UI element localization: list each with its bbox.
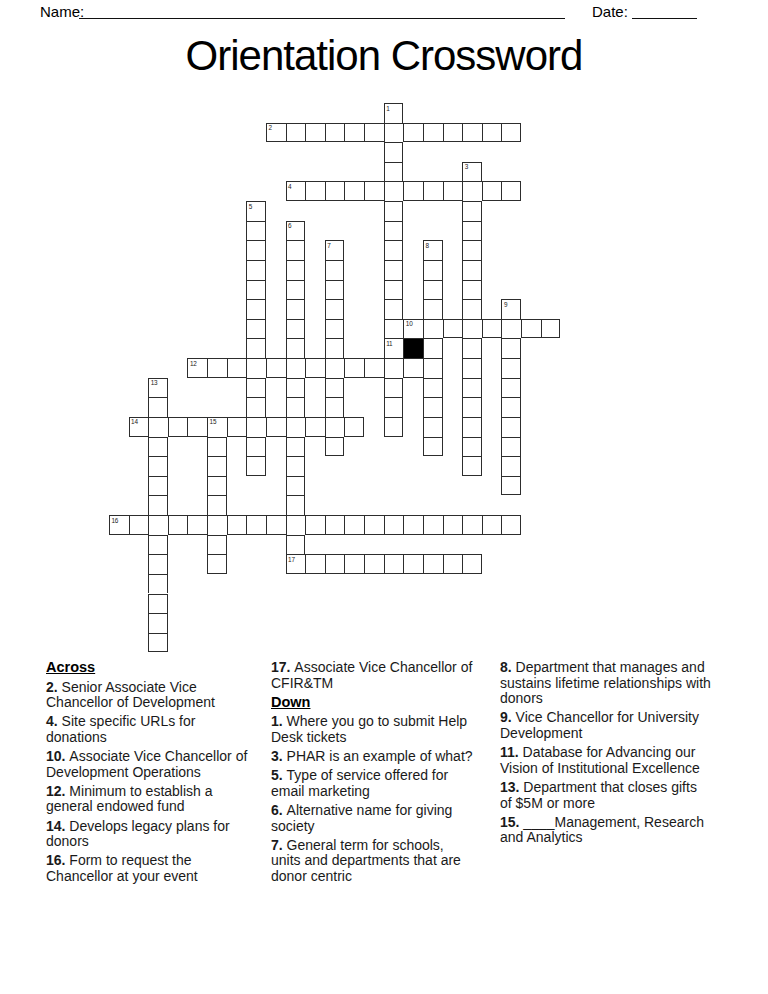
grid-cell[interactable] [462, 417, 482, 437]
cell-number-12: 12 [190, 360, 197, 367]
cell-number-13: 13 [151, 379, 158, 386]
crossword-worksheet: { "game": "crossword", "title": "Orienta… [0, 0, 768, 994]
grid-cell[interactable] [423, 554, 443, 574]
clues-down-header: Down [271, 695, 477, 711]
grid-cell[interactable] [462, 397, 482, 417]
grid-cell[interactable] [482, 515, 502, 535]
grid-cell[interactable] [443, 319, 463, 339]
grid-cell[interactable] [168, 417, 188, 437]
grid-cell[interactable] [384, 378, 404, 398]
grid-cell[interactable] [305, 181, 325, 201]
clue-down-3: 3. PHAR is an example of what? [271, 749, 477, 765]
cell-number-8: 8 [425, 242, 428, 249]
clue-across-4: 4. Site specific URLs for donations [46, 714, 258, 745]
grid-cell[interactable] [325, 181, 345, 201]
grid-cell[interactable] [423, 358, 443, 378]
grid-cell[interactable] [305, 358, 325, 378]
grid-cell[interactable]: 15 [207, 417, 227, 437]
clue-number: 16. [46, 852, 69, 868]
clue-down-13: 13. Department that closes gifts of $5M … [500, 780, 712, 811]
cell-number-3: 3 [465, 163, 468, 170]
grid-cell[interactable] [344, 181, 364, 201]
grid-cell[interactable] [168, 515, 188, 535]
grid-cell[interactable] [207, 515, 227, 535]
clues-across-header: Across [46, 660, 258, 676]
grid-cell[interactable]: 9 [501, 299, 521, 319]
grid-cell[interactable] [286, 417, 306, 437]
grid-cell[interactable] [423, 181, 443, 201]
grid-cell[interactable] [423, 397, 443, 417]
grid-cell[interactable]: 16 [109, 515, 129, 535]
clue-column-1: Across2. Senior Associate Vice Chancello… [46, 660, 258, 888]
grid-cell[interactable] [325, 319, 345, 339]
grid-cell[interactable] [305, 554, 325, 574]
grid-cell[interactable] [286, 456, 306, 476]
grid-cell[interactable] [462, 221, 482, 241]
clue-number: 9. [500, 709, 516, 725]
grid-cell[interactable] [148, 515, 168, 535]
clue-number: 11. [500, 744, 523, 760]
grid-cell[interactable] [325, 554, 345, 574]
clue-number: 1. [271, 713, 287, 729]
grid-cell[interactable] [462, 123, 482, 143]
clue-across-10: 10. Associate Vice Chancellor of Develop… [46, 749, 258, 780]
grid-cell[interactable] [384, 240, 404, 260]
grid-cell[interactable] [286, 358, 306, 378]
grid-cell[interactable] [423, 280, 443, 300]
grid-cell[interactable] [246, 260, 266, 280]
grid-cell[interactable] [246, 456, 266, 476]
grid-cell[interactable] [286, 240, 306, 260]
grid-cell[interactable] [344, 417, 364, 437]
grid-cell[interactable] [286, 378, 306, 398]
grid-cell[interactable] [266, 515, 286, 535]
clue-number: 5. [271, 767, 287, 783]
grid-cell[interactable] [462, 201, 482, 221]
grid-cell[interactable] [344, 123, 364, 143]
grid-cell[interactable] [423, 437, 443, 457]
grid-cell[interactable] [384, 181, 404, 201]
grid-cell[interactable] [443, 181, 463, 201]
grid-cell[interactable] [266, 358, 286, 378]
grid-cell[interactable] [207, 437, 227, 457]
grid-cell[interactable] [462, 181, 482, 201]
grid-cell[interactable] [148, 633, 168, 653]
clue-number: 6. [271, 802, 287, 818]
grid-cell[interactable]: 8 [423, 240, 443, 260]
clue-number: 12. [46, 783, 69, 799]
grid-cell[interactable] [286, 476, 306, 496]
grid-cell[interactable] [462, 515, 482, 535]
clue-number: 7. [271, 837, 287, 853]
grid-cell[interactable] [423, 299, 443, 319]
grid-cell[interactable] [462, 338, 482, 358]
cell-number-10: 10 [406, 320, 413, 327]
grid-cell[interactable]: 4 [286, 181, 306, 201]
grid-cell[interactable] [227, 417, 247, 437]
clue-down-6: 6. Alternative name for giving society [271, 803, 477, 834]
grid-cell[interactable] [266, 417, 286, 437]
grid-cell[interactable] [501, 476, 521, 496]
grid-cell[interactable] [325, 280, 345, 300]
grid-cell[interactable] [384, 260, 404, 280]
grid-cell[interactable] [384, 162, 404, 182]
clue-across-12: 12. Minimum to establish a general endow… [46, 784, 258, 815]
grid-cell[interactable] [423, 338, 443, 358]
grid-cell[interactable] [286, 123, 306, 143]
grid-cell[interactable] [207, 535, 227, 555]
grid-cell[interactable] [462, 358, 482, 378]
grid-cell[interactable] [325, 358, 345, 378]
grid-cell[interactable] [482, 319, 502, 339]
grid-cell[interactable] [148, 535, 168, 555]
grid-cell[interactable] [325, 437, 345, 457]
grid-cell[interactable]: 12 [187, 358, 207, 378]
grid-cell[interactable] [207, 495, 227, 515]
grid-cell[interactable] [423, 417, 443, 437]
grid-cell[interactable] [423, 123, 443, 143]
grid-cell[interactable] [246, 338, 266, 358]
grid-cell[interactable] [501, 515, 521, 535]
grid-cell[interactable] [305, 123, 325, 143]
grid-cell[interactable] [148, 554, 168, 574]
grid-cell[interactable] [286, 260, 306, 280]
grid-cell[interactable] [246, 378, 266, 398]
clue-down-5: 5. Type of service offered for email mar… [271, 768, 477, 799]
cell-number-7: 7 [327, 242, 330, 249]
grid-cell[interactable] [384, 417, 404, 437]
grid-cell[interactable] [501, 358, 521, 378]
grid-cell[interactable] [462, 260, 482, 280]
cell-number-1: 1 [386, 105, 389, 112]
grid-cell[interactable] [364, 123, 384, 143]
grid-cell[interactable] [403, 515, 423, 535]
clue-number: 17. [271, 659, 294, 675]
grid-cell[interactable] [364, 358, 384, 378]
grid-cell[interactable] [148, 417, 168, 437]
grid-cell[interactable] [482, 123, 502, 143]
grid-cell[interactable] [462, 299, 482, 319]
grid-cell[interactable] [443, 123, 463, 143]
grid-cell[interactable] [443, 554, 463, 574]
grid-cell[interactable] [384, 319, 404, 339]
grid-cell[interactable] [423, 319, 443, 339]
grid-cell[interactable] [462, 378, 482, 398]
grid-cell[interactable] [246, 397, 266, 417]
clue-down-9: 9. Vice Chancellor for University Develo… [500, 710, 712, 741]
grid-cell[interactable] [501, 456, 521, 476]
cell-number-14: 14 [131, 418, 138, 425]
cell-number-5: 5 [249, 203, 252, 210]
grid-cell[interactable] [403, 123, 423, 143]
grid-cell[interactable] [423, 378, 443, 398]
grid-cell[interactable] [286, 280, 306, 300]
grid-cell[interactable] [384, 142, 404, 162]
clue-across-2: 2. Senior Associate Vice Chancellor of D… [46, 680, 258, 711]
grid-cell[interactable] [246, 280, 266, 300]
date-blank-line [632, 18, 697, 20]
grid-cell[interactable] [403, 181, 423, 201]
grid-cell[interactable] [462, 456, 482, 476]
clue-number: 13. [500, 779, 523, 795]
grid-cell[interactable]: 14 [129, 417, 149, 437]
grid-cell[interactable] [286, 535, 306, 555]
grid-cell[interactable] [246, 319, 266, 339]
grid-cell[interactable] [344, 515, 364, 535]
grid-cell[interactable] [148, 613, 168, 633]
grid-cell[interactable] [286, 495, 306, 515]
grid-cell[interactable] [187, 417, 207, 437]
grid-cell[interactable] [227, 515, 247, 535]
grid-cell[interactable] [384, 201, 404, 221]
grid-cell[interactable] [384, 280, 404, 300]
grid-cell[interactable] [148, 397, 168, 417]
grid-cell[interactable]: 10 [403, 319, 423, 339]
grid-cell[interactable] [423, 515, 443, 535]
clue-down-1: 1. Where you go to submit Help Desk tick… [271, 714, 477, 745]
grid-cell[interactable] [246, 417, 266, 437]
grid-cell[interactable] [344, 554, 364, 574]
grid-cell[interactable] [286, 515, 306, 535]
clue-across-17: 17. Associate Vice Chancellor of CFIR&TM [271, 660, 477, 691]
cell-number-9: 9 [504, 301, 507, 308]
cell-number-6: 6 [288, 222, 291, 229]
clue-across-16: 16. Form to request the Chancellor at yo… [46, 853, 258, 884]
grid-cell[interactable] [384, 299, 404, 319]
grid-cell[interactable]: 3 [462, 162, 482, 182]
grid-cell[interactable] [286, 437, 306, 457]
grid-cell[interactable] [384, 358, 404, 378]
grid-cell[interactable]: 5 [246, 201, 266, 221]
clue-number: 4. [46, 713, 62, 729]
cell-number-16: 16 [112, 517, 119, 524]
grid-cell[interactable] [325, 338, 345, 358]
grid-cell[interactable] [246, 437, 266, 457]
grid-cell[interactable] [148, 574, 168, 594]
grid-cell[interactable] [462, 554, 482, 574]
grid-cell[interactable] [384, 515, 404, 535]
grid-cell[interactable] [286, 338, 306, 358]
grid-cell[interactable] [521, 319, 541, 339]
grid-cell[interactable] [344, 358, 364, 378]
grid-cell[interactable] [501, 338, 521, 358]
grid-cell[interactable] [443, 515, 463, 535]
grid-cell[interactable] [462, 240, 482, 260]
grid-cell[interactable] [286, 397, 306, 417]
cell-number-4: 4 [288, 183, 291, 190]
grid-cell[interactable]: 6 [286, 221, 306, 241]
cell-number-2: 2 [268, 124, 271, 131]
grid-cell[interactable] [462, 280, 482, 300]
grid-cell[interactable] [364, 181, 384, 201]
grid-cell[interactable] [207, 476, 227, 496]
grid-cell[interactable] [462, 319, 482, 339]
cell-number-15: 15 [210, 418, 217, 425]
grid-cell[interactable] [148, 476, 168, 496]
grid-cell[interactable] [286, 299, 306, 319]
grid-cell[interactable]: 2 [266, 123, 286, 143]
grid-cell[interactable] [246, 358, 266, 378]
clue-number: 15. [500, 814, 523, 830]
grid-cell[interactable] [384, 397, 404, 417]
grid-cell[interactable] [129, 515, 149, 535]
grid-cell[interactable] [501, 181, 521, 201]
clue-number: 3. [271, 748, 287, 764]
grid-cell[interactable] [305, 515, 325, 535]
grid-cell[interactable] [501, 378, 521, 398]
grid-cell[interactable] [187, 515, 207, 535]
grid-cell[interactable]: 1 [384, 103, 404, 123]
cell-number-11: 11 [386, 340, 392, 347]
grid-cell[interactable] [148, 495, 168, 515]
grid-cell[interactable] [501, 319, 521, 339]
grid-cell[interactable] [462, 437, 482, 457]
clue-number: 14. [46, 818, 69, 834]
grid-cell[interactable] [325, 123, 345, 143]
grid-cell[interactable] [325, 515, 345, 535]
grid-cell[interactable] [325, 378, 345, 398]
name-label: Name: [40, 3, 84, 20]
cell-number-17: 17 [288, 556, 295, 563]
clue-number: 2. [46, 679, 62, 695]
clue-across-14: 14. Develops legacy plans for donors [46, 819, 258, 850]
grid-cell[interactable] [207, 554, 227, 574]
grid-cell[interactable] [325, 260, 345, 280]
grid-cell[interactable] [384, 123, 404, 143]
grid-cell[interactable] [246, 515, 266, 535]
grid-cell[interactable] [364, 515, 384, 535]
clue-column-3: 8. Department that manages and sustains … [500, 660, 712, 850]
grid-cell[interactable] [286, 319, 306, 339]
clue-number: 10. [46, 748, 69, 764]
grid-cell[interactable] [325, 397, 345, 417]
clue-down-8: 8. Department that manages and sustains … [500, 660, 712, 707]
name-blank-line [79, 18, 565, 20]
grid-cell[interactable] [482, 181, 502, 201]
clue-down-15: 15. ____Management, Research and Analyti… [500, 815, 712, 846]
grid-cell[interactable]: 13 [148, 378, 168, 398]
clue-down-11: 11. Database for Advancing our Vision of… [500, 745, 712, 776]
grid-cell[interactable] [325, 299, 345, 319]
grid-cell[interactable] [384, 554, 404, 574]
grid-cell[interactable] [148, 456, 168, 476]
grid-cell[interactable] [541, 319, 561, 339]
clue-down-7: 7. General term for schools, units and d… [271, 838, 477, 885]
date-label: Date: [592, 3, 628, 20]
grid-cell[interactable]: 17 [286, 554, 306, 574]
grid-cell[interactable] [148, 594, 168, 614]
grid-cell[interactable] [246, 240, 266, 260]
grid-cell[interactable] [325, 417, 345, 437]
grid-cell[interactable] [501, 417, 521, 437]
grid-cell[interactable] [403, 554, 423, 574]
grid-cell[interactable] [207, 456, 227, 476]
page-title: Orientation Crossword [0, 31, 768, 81]
grid-cell[interactable] [501, 437, 521, 457]
grid-cell[interactable]: 11 [384, 338, 404, 358]
grid-cell[interactable] [227, 358, 247, 378]
grid-cell[interactable] [384, 221, 404, 241]
grid-cell[interactable] [501, 123, 521, 143]
grid-cell[interactable] [403, 358, 423, 378]
grid-cell[interactable] [501, 397, 521, 417]
grid-cell[interactable] [207, 358, 227, 378]
grid-cell[interactable] [423, 260, 443, 280]
clue-number: 8. [500, 659, 516, 675]
grid-cell[interactable]: 7 [325, 240, 345, 260]
black-cell [403, 338, 423, 358]
grid-cell[interactable] [246, 299, 266, 319]
grid-cell[interactable] [364, 554, 384, 574]
clue-column-2: 17. Associate Vice Chancellor of CFIR&TM… [271, 660, 477, 888]
grid-cell[interactable] [246, 221, 266, 241]
grid-cell[interactable] [148, 437, 168, 457]
grid-cell[interactable] [305, 417, 325, 437]
